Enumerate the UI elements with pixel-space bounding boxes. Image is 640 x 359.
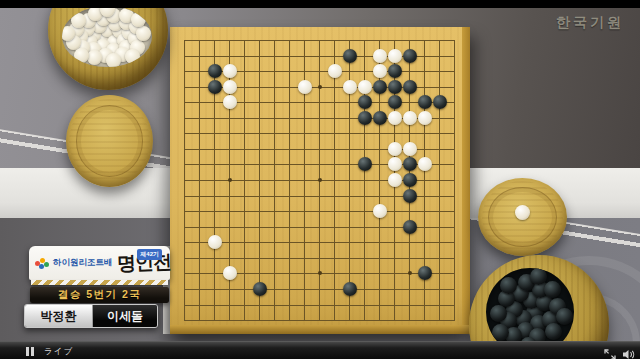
- black-bowl-stone: [556, 308, 573, 325]
- black-bowl-stone: [545, 323, 562, 340]
- white-stones-in-bowl: [62, 6, 152, 67]
- black-stone: [418, 95, 432, 109]
- white-bowl-stone: [106, 53, 121, 67]
- white-stone: [418, 111, 432, 125]
- white-bowl-stone: [71, 13, 86, 28]
- fullscreen-icon[interactable]: [604, 346, 616, 357]
- board-bottom-face: [170, 325, 470, 334]
- white-stone: [388, 173, 402, 187]
- white-stone: [403, 111, 417, 125]
- star-point: [408, 271, 412, 275]
- white-stone: [343, 80, 357, 94]
- go-board: [170, 27, 470, 334]
- lid-ring: [76, 105, 144, 177]
- event-logo-box: 하이원리조트배 명인전 제42기: [29, 246, 170, 280]
- white-bowl-stone: [87, 50, 102, 65]
- player-plates: 박정환 이세돌: [24, 304, 158, 328]
- round-label: 결승 5번기 2국: [58, 288, 142, 302]
- star-point: [318, 85, 322, 89]
- white-bowl-lid: [66, 95, 153, 187]
- video-player: 한국기원 하이원리조트배 명인전 제42기 결승 5번기 2국 박정환 이세돌 …: [0, 0, 640, 359]
- volume-icon[interactable]: [622, 346, 636, 357]
- black-stone: [388, 64, 402, 78]
- player-left-nameplate: 박정환: [25, 305, 92, 327]
- white-stone: [358, 80, 372, 94]
- white-stone: [388, 111, 402, 125]
- black-bowl-stone: [530, 268, 547, 285]
- black-stone: [403, 49, 417, 63]
- black-bowl-stone: [500, 277, 517, 294]
- banner-bunting-decor: [31, 280, 168, 285]
- white-stone: [388, 157, 402, 171]
- white-stone: [298, 80, 312, 94]
- star-point: [318, 271, 322, 275]
- white-stone: [373, 204, 387, 218]
- black-stone: [403, 173, 417, 187]
- black-bowl-stone: [490, 305, 507, 322]
- black-stone: [343, 282, 357, 296]
- black-stone: [358, 95, 372, 109]
- white-stone: [418, 157, 432, 171]
- black-bowl-lid: [478, 178, 567, 256]
- black-stone: [403, 80, 417, 94]
- round-bar: 결승 5번기 2국: [30, 287, 169, 303]
- black-bowl-stone: [544, 281, 561, 298]
- black-stone: [253, 282, 267, 296]
- black-stone: [418, 266, 432, 280]
- black-stone: [373, 80, 387, 94]
- white-stone: [208, 235, 222, 249]
- white-stone: [373, 49, 387, 63]
- black-stone: [388, 80, 402, 94]
- white-stone: [388, 49, 402, 63]
- star-point: [318, 178, 322, 182]
- star-point: [228, 178, 232, 182]
- event-edition-badge: 제42기: [137, 249, 162, 260]
- video-surface[interactable]: 한국기원 하이원리조트배 명인전 제42기 결승 5번기 2국 박정환 이세돌: [0, 0, 640, 359]
- black-stone: [388, 95, 402, 109]
- black-stone: [433, 95, 447, 109]
- white-stone: [388, 142, 402, 156]
- black-stone: [208, 64, 222, 78]
- black-stone: [208, 80, 222, 94]
- player-control-bar: ライブ: [0, 341, 640, 359]
- black-stone: [343, 49, 357, 63]
- white-stone: [403, 142, 417, 156]
- captured-white-stone: [515, 205, 530, 220]
- black-stone: [403, 220, 417, 234]
- player-right-nameplate: 이세돌: [92, 305, 157, 327]
- white-stone: [223, 266, 237, 280]
- white-bowl-stone: [136, 26, 151, 41]
- high1-logo-icon: [35, 257, 50, 269]
- black-stone: [358, 157, 372, 171]
- black-stone: [403, 157, 417, 171]
- black-stone: [358, 111, 372, 125]
- pause-button[interactable]: [26, 347, 36, 356]
- white-stone: [373, 64, 387, 78]
- white-stone: [223, 64, 237, 78]
- live-label: ライブ: [44, 346, 73, 358]
- sponsor-name: 하이원리조트배: [53, 257, 113, 269]
- board-side-face: [462, 27, 470, 334]
- black-bowl-stone: [492, 324, 509, 341]
- white-stone: [223, 95, 237, 109]
- broadcaster-watermark: 한국기원: [556, 14, 624, 32]
- white-stone: [328, 64, 342, 78]
- black-stone: [373, 111, 387, 125]
- letterbox-top-bar: [0, 0, 640, 8]
- white-stone: [223, 80, 237, 94]
- black-stone: [403, 189, 417, 203]
